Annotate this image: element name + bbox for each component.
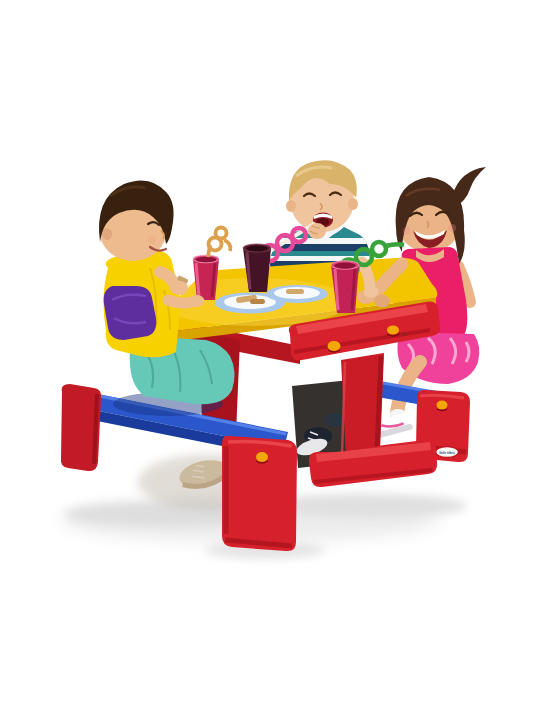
scene-svg: little tikes [0,0,540,720]
food [250,299,265,304]
sneaker-back [324,413,344,427]
boy-middle-hand [364,286,379,298]
blush [448,224,456,232]
rivet-dot [402,332,405,335]
straw-loop [372,242,386,256]
ear [102,228,112,240]
cup-liquid [246,246,268,252]
blush [148,236,156,244]
brand-logo: little tikes [436,447,459,458]
blush [403,227,411,235]
plate-right [266,285,328,303]
boy-left-hand [172,281,188,295]
food [286,289,304,294]
boy-left-hand [190,295,205,307]
cup-liquid [196,257,217,263]
straw-arm [224,240,230,251]
cup-left [193,255,219,300]
boy-left-forearm [168,300,192,303]
snap-button [387,326,399,335]
product-photo: little tikes [0,0,540,720]
ear [348,198,358,210]
girl-hand [374,295,390,308]
straw-loop [216,228,227,239]
straw-tail [386,244,404,246]
straw-orange-loops [208,228,230,258]
snap-button [328,341,341,351]
snap-button [437,401,448,410]
cup-liquid [334,263,356,269]
snap-button [256,452,268,462]
shadow-front-leg [277,494,467,518]
ear [286,200,296,212]
brand-logo-text: little tikes [439,451,455,455]
